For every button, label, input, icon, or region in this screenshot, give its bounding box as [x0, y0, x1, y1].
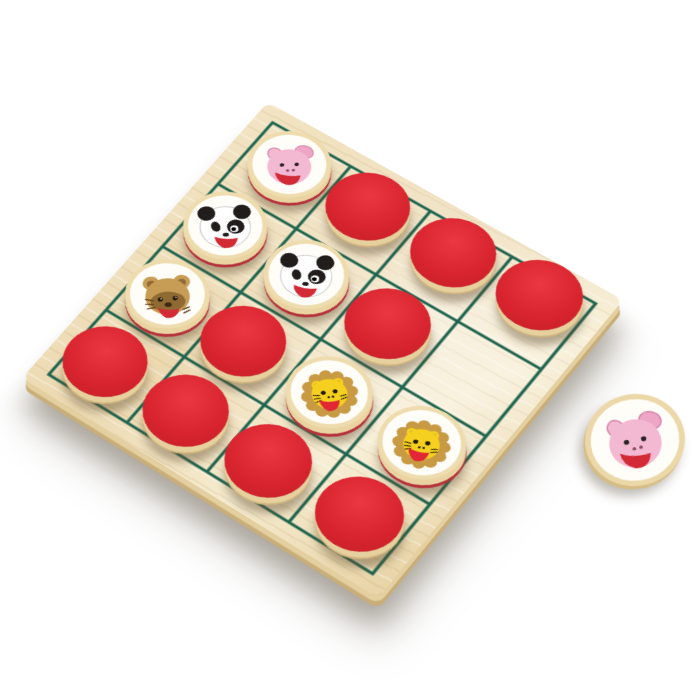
panda-face-icon	[261, 237, 352, 312]
scene	[0, 0, 700, 700]
off-board-piece-pig[interactable]	[579, 387, 691, 492]
game-board	[22, 102, 623, 598]
bear-face-icon	[122, 256, 213, 330]
pig-face-icon	[247, 130, 332, 198]
lion-face-icon	[279, 351, 381, 433]
panda-face-icon	[181, 189, 270, 261]
pig-face-icon	[579, 387, 691, 492]
lion-face-icon	[372, 400, 471, 485]
